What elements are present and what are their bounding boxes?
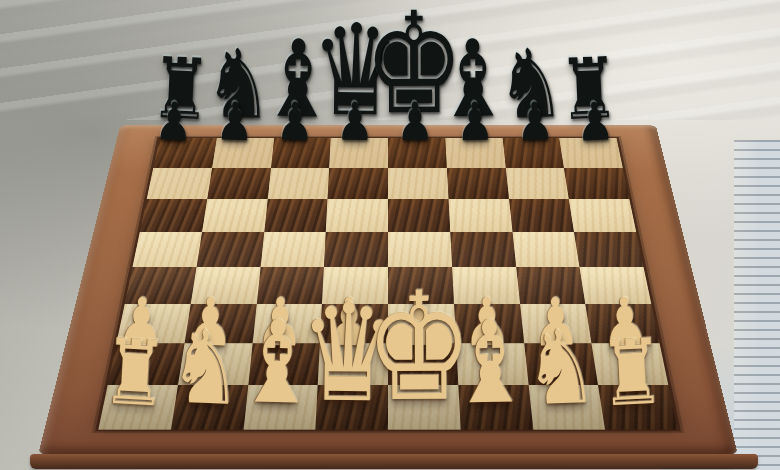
- piece-black-pawn-f7[interactable]: ♟: [456, 95, 495, 148]
- square-f7[interactable]: [447, 168, 509, 199]
- square-h7[interactable]: [564, 168, 629, 199]
- board-frame-front-edge: [30, 454, 758, 469]
- square-b5[interactable]: [196, 232, 264, 267]
- square-a5[interactable]: [132, 232, 201, 267]
- square-c7[interactable]: [267, 168, 329, 199]
- piece-black-pawn-h7[interactable]: ♟: [575, 95, 615, 149]
- piece-white-rook-a1[interactable]: ♜: [100, 327, 169, 420]
- piece-white-rook-h1[interactable]: ♜: [597, 327, 666, 420]
- square-f6[interactable]: [448, 199, 512, 232]
- piece-black-pawn-d7[interactable]: ♟: [336, 95, 374, 148]
- square-g6[interactable]: [509, 199, 575, 232]
- square-e7[interactable]: [388, 168, 448, 199]
- square-a6[interactable]: [140, 199, 207, 232]
- piece-white-bishop-f1[interactable]: ♝: [447, 305, 531, 421]
- square-b7[interactable]: [207, 168, 271, 199]
- piece-white-knight-g1[interactable]: ♞: [522, 316, 599, 420]
- window-blind-strip: [734, 140, 780, 470]
- square-b6[interactable]: [202, 199, 268, 232]
- square-g7[interactable]: [505, 168, 569, 199]
- square-d6[interactable]: [326, 199, 388, 232]
- piece-black-pawn-b7[interactable]: ♟: [215, 95, 254, 149]
- square-g5[interactable]: [512, 232, 580, 267]
- square-h5[interactable]: [574, 232, 643, 267]
- chessboard-photo: { "game": "chess", "position": "rnbqkbnr…: [0, 0, 780, 470]
- square-a7[interactable]: [147, 168, 212, 199]
- piece-white-knight-b1[interactable]: ♞: [167, 316, 244, 421]
- piece-black-pawn-g7[interactable]: ♟: [516, 95, 555, 149]
- piece-black-pawn-c7[interactable]: ♟: [275, 95, 314, 148]
- piece-black-pawn-a7[interactable]: ♟: [154, 95, 194, 149]
- square-h6[interactable]: [569, 199, 636, 232]
- square-c6[interactable]: [264, 199, 328, 232]
- piece-black-pawn-e7[interactable]: ♟: [396, 96, 434, 149]
- square-c5[interactable]: [260, 232, 326, 267]
- square-d7[interactable]: [328, 168, 388, 199]
- square-e6[interactable]: [388, 199, 450, 232]
